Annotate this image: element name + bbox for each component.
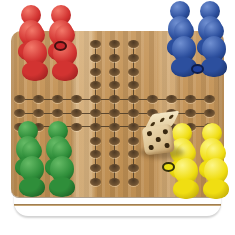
hole-r5c1[interactable] — [33, 109, 44, 117]
hole-r4c0[interactable] — [14, 95, 25, 103]
hole-r4c1[interactable] — [33, 95, 44, 103]
hole-r1c4[interactable] — [90, 54, 101, 62]
hole-r5c2[interactable] — [52, 109, 63, 117]
hole-r3c5[interactable] — [109, 81, 120, 89]
hole-r6c5[interactable] — [109, 123, 120, 131]
hole-r1c5[interactable] — [109, 54, 120, 62]
die-pip — [164, 143, 170, 149]
hole-r9c5[interactable] — [109, 164, 120, 172]
peg-base — [49, 177, 75, 197]
hole-r0c6[interactable] — [128, 40, 139, 48]
hole-r5c0[interactable] — [14, 109, 25, 117]
die-pip — [149, 145, 155, 151]
peg-red-3[interactable] — [22, 25, 48, 81]
hole-r2c6[interactable] — [128, 68, 139, 76]
hole-r5c3[interactable] — [71, 109, 82, 117]
peg-base — [19, 177, 45, 197]
hole-r5c10[interactable] — [204, 109, 215, 117]
start-marker-yellow — [162, 162, 175, 172]
hole-r5c4[interactable] — [90, 109, 101, 117]
peg-red-4[interactable] — [52, 25, 78, 81]
hole-r3c4[interactable] — [90, 81, 101, 89]
peg-base — [22, 61, 48, 81]
hole-r10c6[interactable] — [128, 178, 139, 186]
peg-yellow-4[interactable] — [203, 143, 229, 199]
hole-r8c6[interactable] — [128, 150, 139, 158]
die-cube — [136, 109, 190, 164]
die-pip — [162, 129, 168, 135]
hole-r7c4[interactable] — [90, 137, 101, 145]
die-pip — [159, 118, 165, 123]
hole-r2c4[interactable] — [90, 68, 101, 76]
start-marker-blue — [191, 64, 204, 74]
peg-base — [203, 179, 229, 199]
hole-r10c5[interactable] — [109, 178, 120, 186]
die[interactable] — [139, 112, 187, 162]
hole-r8c4[interactable] — [90, 150, 101, 158]
peg-base — [173, 179, 199, 199]
peg-cluster-green — [15, 121, 79, 199]
die-pip — [168, 114, 174, 119]
hole-r4c3[interactable] — [71, 95, 82, 103]
die-pip — [155, 137, 161, 143]
hole-r1c6[interactable] — [128, 54, 139, 62]
hole-r9c4[interactable] — [90, 164, 101, 172]
hole-r0c5[interactable] — [109, 40, 120, 48]
hole-r7c5[interactable] — [109, 137, 120, 145]
peg-base — [52, 61, 78, 81]
peg-green-4[interactable] — [49, 141, 75, 197]
hole-r8c5[interactable] — [109, 150, 120, 158]
hole-r4c8[interactable] — [166, 95, 177, 103]
hole-r6c4[interactable] — [90, 123, 101, 131]
hole-r3c6[interactable] — [128, 81, 139, 89]
start-marker-red — [54, 41, 67, 51]
scene — [0, 0, 235, 235]
die-front-face — [142, 124, 175, 155]
peg-base — [201, 57, 227, 77]
die-pip — [147, 131, 153, 137]
hole-r4c9[interactable] — [185, 95, 196, 103]
hole-r2c5[interactable] — [109, 68, 120, 76]
hole-r4c10[interactable] — [204, 95, 215, 103]
hole-r4c4[interactable] — [90, 95, 101, 103]
hole-r4c2[interactable] — [52, 95, 63, 103]
peg-cluster-red — [18, 5, 82, 83]
hole-r5c5[interactable] — [109, 109, 120, 117]
hole-r10c4[interactable] — [90, 178, 101, 186]
hole-r4c6[interactable] — [128, 95, 139, 103]
peg-green-3[interactable] — [19, 141, 45, 197]
hole-r9c6[interactable] — [128, 164, 139, 172]
hole-r0c4[interactable] — [90, 40, 101, 48]
hole-r4c7[interactable] — [147, 95, 158, 103]
hole-r7c6[interactable] — [128, 137, 139, 145]
board-side-groove — [14, 204, 221, 206]
hole-r4c5[interactable] — [109, 95, 120, 103]
peg-blue-4[interactable] — [201, 21, 227, 77]
